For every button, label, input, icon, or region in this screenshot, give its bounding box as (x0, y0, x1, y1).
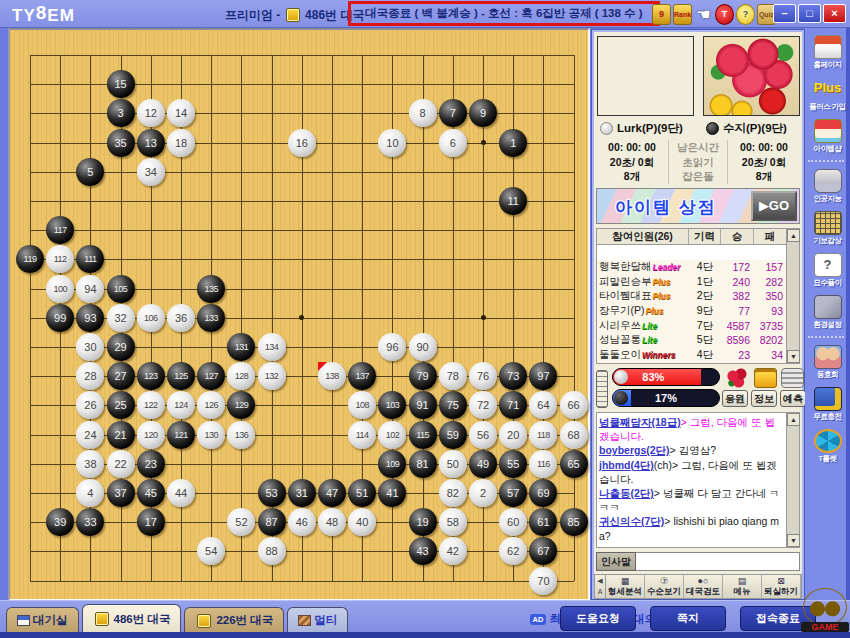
chat-sender-link[interactable]: jhbmd(4단) (599, 459, 654, 471)
scroll-down-icon[interactable]: ▼ (787, 350, 800, 363)
stone-black-39: 39 (46, 508, 74, 536)
cheer-button[interactable]: 응원 (722, 390, 748, 407)
tab-lobby[interactable]: 대기실 (6, 607, 79, 633)
stone-black-115: 115 (409, 421, 437, 449)
room-tabs: 대기실486번 대국226번 대국멀티 (6, 604, 348, 633)
participant-row[interactable]: 성남꼴통Lite5단85968202 (597, 333, 787, 348)
stone-black-87: 87 (258, 508, 286, 536)
stone-white-26: 26 (76, 391, 104, 419)
grid-line (423, 55, 424, 581)
stone-black-15: 15 (107, 70, 135, 98)
stone-black-3: 3 (107, 99, 135, 127)
rank-trophy-icon[interactable]: Rank (673, 4, 692, 25)
stone-black-73: 73 (499, 362, 527, 390)
player-names-row: Lurk(P)(9단) 수지(P)(9단) (592, 120, 804, 136)
participant-list-header: 참여인원(26) 기력 승 패 (597, 229, 799, 245)
white-player-name: Lurk(P)(9단) (592, 120, 698, 136)
stone-black-27: 27 (107, 362, 135, 390)
stone-black-11: 11 (499, 187, 527, 215)
stone-black-109: 109 (378, 450, 406, 478)
menu-button-icon: ▤ (738, 576, 747, 586)
stone-black-25: 25 (107, 391, 135, 419)
stone-white-20: 20 (499, 421, 527, 449)
close-button[interactable]: × (823, 4, 846, 23)
participant-row[interactable]: 타이쩸대표Plus2단382350 (597, 289, 787, 304)
board-icon (95, 612, 109, 626)
attendance-icon[interactable]: 9 (652, 4, 671, 25)
stone-white-70: 70 (529, 567, 557, 595)
stone-white-62: 62 (499, 537, 527, 565)
tygem-logo: TY8EM (12, 4, 75, 26)
stone-black-17: 17 (137, 508, 165, 536)
stone-white-44: 44 (167, 479, 195, 507)
white-player-avatar (597, 36, 694, 116)
participant-row[interactable]: 피말린승부Plus1단240282 (597, 274, 787, 289)
stone-white-2: 2 (469, 479, 497, 507)
stone-white-112: 112 (46, 245, 74, 273)
stone-white-136: 136 (227, 421, 255, 449)
stone-white-58: 58 (439, 508, 467, 536)
stone-black-123: 123 (137, 362, 165, 390)
participant-row[interactable]: 시리우쓰Lite7단45873735 (597, 318, 787, 333)
stone-white-54: 54 (197, 537, 225, 565)
stone-black-33: 33 (76, 508, 104, 536)
tab-room-226[interactable]: 226번 대국 (184, 607, 284, 633)
stone-white-132: 132 (258, 362, 286, 390)
stone-white-106: 106 (137, 304, 165, 332)
stone-black-53: 53 (258, 479, 286, 507)
stone-white-34: 34 (137, 158, 165, 186)
stone-white-134: 134 (258, 333, 286, 361)
participant-row[interactable]: 장무기(P)Plus9단7793 (597, 304, 787, 319)
clock-panel: 00: 00: 00 남은시간 00: 00: 00 20초/ 0회 초읽기 2… (596, 140, 800, 184)
stone-white-22: 22 (107, 450, 135, 478)
participant-row[interactable]: 둘둘오이Winners4단2334 (597, 348, 787, 363)
stone-black-1: 1 (499, 129, 527, 157)
stone-black-49: 49 (469, 450, 497, 478)
stone-white-40: 40 (348, 508, 376, 536)
stone-black-41: 41 (378, 479, 406, 507)
stone-white-116: 116 (529, 450, 557, 478)
stone-white-128: 128 (227, 362, 255, 390)
stone-black-111: 111 (76, 245, 104, 273)
grid-line (30, 551, 574, 552)
shortcut-ai[interactable]: 인공지능 (805, 169, 850, 204)
chat-scrollbar[interactable]: ▲ ▼ (786, 413, 799, 547)
smiley-face-icon (803, 588, 847, 626)
stone-black-45: 45 (137, 479, 165, 507)
stone-black-7: 7 (439, 99, 467, 127)
stone-white-18: 18 (167, 129, 195, 157)
shortcut-homepage[interactable]: 홈페이지 (805, 35, 850, 70)
shortcut-club[interactable]: 동호회 (805, 345, 850, 380)
stone-white-82: 82 (439, 479, 467, 507)
stone-black-127: 127 (197, 362, 225, 390)
white-byoyomi: 20초/ 0회 (596, 155, 668, 170)
participant-rows[interactable]: 행복한달해Leader4단172157피말린승부Plus1단240282타이쩸대… (597, 245, 787, 363)
stone-black-47: 47 (318, 479, 346, 507)
move-order-button[interactable]: ⑦수순보기 (645, 575, 684, 598)
stone-white-36: 36 (167, 304, 195, 332)
stone-black-79: 79 (409, 362, 437, 390)
shortcut-free-charge[interactable]: 무료충전 (805, 387, 850, 422)
stone-black-93: 93 (76, 304, 104, 332)
chat-sender-link[interactable]: 귀신의수(7단) (599, 515, 664, 527)
stone-white-4: 4 (76, 479, 104, 507)
white-captures: 8개 (596, 169, 668, 184)
stone-white-50: 50 (439, 450, 467, 478)
stone-white-10: 10 (378, 129, 406, 157)
stone-white-114: 114 (348, 421, 376, 449)
chat-message: 나출동(2단)> 넝쿨째 다 담고 간다네 ㅋㅋㅋ (599, 486, 783, 514)
stone-white-138: 138 (318, 362, 346, 390)
game-result-banner: 대국종료 ( 백 불계승 ) - 호선 : 흑 6집반 공제 ( 138 수 ) (348, 1, 660, 26)
chat-sender-link[interactable]: 나출동(2단) (599, 487, 654, 499)
stone-white-32: 32 (107, 304, 135, 332)
stone-white-120: 120 (137, 421, 165, 449)
shortcut-problem-solving[interactable]: ?묘수풀이 (805, 253, 850, 288)
stone-black-5: 5 (76, 158, 104, 186)
chat-sender-link[interactable]: boybergs(2단) (599, 444, 670, 456)
stone-white-78: 78 (439, 362, 467, 390)
homepage-icon (814, 35, 842, 59)
vote-section: 83% 17% 응원정보예측 (594, 368, 804, 410)
chat-box: 넝쿨째담자(18급)> 그럼, 다음에 또 뵙겠습니다.boybergs(2단)… (596, 412, 800, 548)
white-stone-icon (600, 122, 613, 135)
chat-message: jhbmd(4단)(ch)> 그럼, 다음에 또 뵙겠습니다. (599, 458, 783, 486)
chat-message: 귀신의수(7단)> lishishi bi piao qiang ma? (599, 514, 783, 542)
white-vote-bar: 83% (612, 368, 720, 386)
tab-multi[interactable]: 멀티 (287, 607, 348, 633)
stone-black-91: 91 (409, 391, 437, 419)
stone-black-29: 29 (107, 333, 135, 361)
shortcut-item-shop[interactable]: 아이템샵 (805, 119, 850, 154)
stone-black-97: 97 (529, 362, 557, 390)
maximize-button[interactable]: □ (798, 4, 821, 23)
stone-white-42: 42 (439, 537, 467, 565)
greeting-button[interactable]: 인사말 (596, 552, 636, 571)
move-order-button-icon: ⑦ (660, 576, 668, 586)
hand-pointer-icon[interactable]: ☚ (694, 4, 713, 25)
stone-white-90: 90 (409, 333, 437, 361)
stone-white-94: 94 (76, 275, 104, 303)
black-stone-icon (706, 122, 719, 135)
stone-black-51: 51 (348, 479, 376, 507)
bottom-buttons: 도움요청쪽지접속종료 (560, 606, 816, 631)
leave-room-button-icon: ⊠ (777, 576, 785, 586)
stone-black-37: 37 (107, 479, 135, 507)
stone-white-100: 100 (46, 275, 74, 303)
chat-message: boybergs(2단)> 김영삼? (599, 443, 783, 457)
scroll-up-icon[interactable]: ▲ (787, 413, 800, 426)
star-point (481, 140, 486, 145)
stone-white-48: 48 (318, 508, 346, 536)
scroll-down-icon[interactable]: ▼ (787, 534, 800, 547)
tab-room-486[interactable]: 486번 대국 (82, 604, 182, 633)
stone-white-38: 38 (76, 450, 104, 478)
star-point (481, 315, 486, 320)
stone-black-43: 43 (409, 537, 437, 565)
stone-black-105: 105 (107, 275, 135, 303)
stone-black-55: 55 (499, 450, 527, 478)
review-toolbar: ◀A ▦형세분석⑦수순보기●○대국검토▤메뉴⊠퇴실하기 (594, 574, 802, 599)
stone-black-61: 61 (529, 508, 557, 536)
chat-messages: 넝쿨째담자(18급)> 그럼, 다음에 또 뵙겠습니다.boybergs(2단)… (599, 415, 783, 545)
stone-black-133: 133 (197, 304, 225, 332)
toolbar-separator (808, 336, 844, 338)
stone-black-121: 121 (167, 421, 195, 449)
kifu-viewer-icon (814, 211, 842, 235)
game-info-panel: Lurk(P)(9단) 수지(P)(9단) 00: 00: 00 남은시간 00… (591, 29, 805, 600)
stone-white-122: 122 (137, 391, 165, 419)
stone-white-46: 46 (288, 508, 316, 536)
grid-line (574, 55, 575, 581)
stone-black-9: 9 (469, 99, 497, 127)
hint-bulb-icon[interactable]: ? (736, 4, 755, 25)
tygem-game-window: TY8EM 프리미엄 - 486번 대국 대국종료 ( 백 불계승 ) - 호선… (0, 0, 850, 638)
black-time: 00: 00: 00 (728, 140, 800, 155)
title-bar: TY8EM 프리미엄 - 486번 대국 대국종료 ( 백 불계승 ) - 호선… (0, 0, 850, 28)
review-button[interactable]: ●○대국검토 (684, 575, 723, 598)
ad-badge: AD (530, 614, 546, 625)
black-vote-pct: 17% (613, 390, 719, 406)
scroll-up-icon[interactable]: ▲ (787, 229, 800, 242)
participant-row-empty[interactable] (597, 245, 787, 260)
black-byoyomi: 20초/ 0회 (728, 155, 800, 170)
stone-black-57: 57 (499, 479, 527, 507)
review-button-icon: ●○ (698, 576, 709, 586)
stone-white-64: 64 (529, 391, 557, 419)
house-icon (17, 615, 30, 626)
stone-black-59: 59 (439, 421, 467, 449)
info-button[interactable]: 정보 (751, 390, 777, 407)
club-icon (814, 345, 842, 369)
stone-black-23: 23 (137, 450, 165, 478)
captures-label: 잡은돌 (668, 169, 728, 184)
stone-white-30: 30 (76, 333, 104, 361)
stone-black-131: 131 (227, 333, 255, 361)
stone-black-85: 85 (560, 508, 588, 536)
stone-black-129: 129 (227, 391, 255, 419)
stone-white-12: 12 (137, 99, 165, 127)
window-controls: – □ × (773, 4, 846, 23)
item-shop-label: 아이템 상점 (615, 196, 717, 219)
leave-room-button[interactable]: ⊠퇴실하기 (762, 575, 801, 598)
item-shop-icon (814, 119, 842, 143)
minimize-button[interactable]: – (773, 4, 796, 23)
menu-button[interactable]: ▤메뉴 (723, 575, 762, 598)
stone-white-28: 28 (76, 362, 104, 390)
stone-black-81: 81 (409, 450, 437, 478)
black-vote-bar: 17% (612, 389, 720, 407)
shortcut-settings[interactable]: 환경설정 (805, 295, 850, 330)
stone-white-16: 16 (288, 129, 316, 157)
info-box-icon (754, 368, 777, 388)
window-bottom-edge (0, 632, 850, 638)
t-coin-icon[interactable]: T (715, 4, 734, 25)
stone-white-124: 124 (167, 391, 195, 419)
stone-white-68: 68 (560, 421, 588, 449)
stone-black-67: 67 (529, 537, 557, 565)
chat-sender-link[interactable]: 넝쿨째담자(18급) (599, 416, 681, 428)
item-shop-go-button[interactable]: ▶GO (751, 191, 797, 221)
participant-scrollbar[interactable]: ▲ ▼ (786, 229, 799, 363)
problem-solving-icon: ? (814, 253, 842, 277)
stone-white-76: 76 (469, 362, 497, 390)
predict-coins-icon (781, 368, 804, 388)
stone-black-13: 13 (137, 129, 165, 157)
stone-black-21: 21 (107, 421, 135, 449)
chat-input[interactable] (636, 552, 800, 571)
stone-black-125: 125 (167, 362, 195, 390)
ai-icon (814, 169, 842, 193)
stone-white-66: 66 (560, 391, 588, 419)
shortcut-plus-join[interactable]: Plus플러스 가입 (805, 77, 850, 112)
stone-white-72: 72 (469, 391, 497, 419)
star-point (299, 315, 304, 320)
stone-white-60: 60 (499, 508, 527, 536)
item-shop-banner[interactable]: 아이템 상점 ▶GO (596, 188, 800, 224)
chat-message: 넝쿨째담자(18급)> 그럼, 다음에 또 뵙겠습니다. (599, 415, 783, 443)
stone-white-96: 96 (378, 333, 406, 361)
stone-black-99: 99 (46, 304, 74, 332)
stone-black-137: 137 (348, 362, 376, 390)
go-board[interactable]: 1531214879351318161061534111171191121111… (8, 28, 590, 601)
black-player-name: 수지(P)(9단) (698, 120, 804, 136)
side-shortcut-bar: 홈페이지Plus플러스 가입아이템샵인공지능기보감상?묘수풀이환경설정동호회무료… (805, 28, 850, 600)
greeting-row: 인사말 (596, 552, 800, 571)
stone-black-135: 135 (197, 275, 225, 303)
help-request-button[interactable]: 도움요청 (560, 606, 636, 631)
shortcut-t-roulette[interactable]: T룰렛 (805, 429, 850, 464)
stone-white-130: 130 (197, 421, 225, 449)
stone-white-24: 24 (76, 421, 104, 449)
participant-row[interactable]: 행복한달해Leader4단172157 (597, 260, 787, 275)
stone-white-14: 14 (167, 99, 195, 127)
stone-white-52: 52 (227, 508, 255, 536)
stone-white-118: 118 (529, 421, 557, 449)
stone-white-88: 88 (258, 537, 286, 565)
stone-white-56: 56 (469, 421, 497, 449)
stone-black-75: 75 (439, 391, 467, 419)
game-smiley-logo[interactable]: GAME (801, 588, 849, 638)
time-label: 남은시간 (668, 140, 728, 155)
t-roulette-icon (814, 429, 842, 453)
stone-black-35: 35 (107, 129, 135, 157)
shortcut-kifu-viewer[interactable]: 기보감상 (805, 211, 850, 246)
last-move-marker (318, 362, 327, 371)
stone-white-108: 108 (348, 391, 376, 419)
board-icon (197, 614, 211, 628)
plus-join-icon: Plus (814, 77, 842, 101)
stone-black-103: 103 (378, 391, 406, 419)
black-captures: 8개 (728, 169, 800, 184)
roses-icon (726, 368, 749, 388)
participant-list: 참여인원(26) 기력 승 패 행복한달해Leader4단172157피말린승부… (596, 228, 800, 364)
toolbar-collapse-handle[interactable]: ◀A (595, 575, 606, 598)
white-vote-pct: 83% (600, 369, 706, 385)
message-button[interactable]: 쪽지 (650, 606, 726, 631)
toolbar-separator (808, 160, 844, 162)
stone-white-6: 6 (439, 129, 467, 157)
white-time: 00: 00: 00 (596, 140, 668, 155)
predict-button[interactable]: 예측 (780, 390, 806, 407)
vote-buttons-row: 응원정보예측 (722, 390, 806, 407)
room-title: 프리미엄 - 486번 대국 (225, 7, 364, 24)
multi-icon (298, 615, 311, 626)
stone-white-102: 102 (378, 421, 406, 449)
stone-black-117: 117 (46, 216, 74, 244)
stone-black-119: 119 (16, 245, 44, 273)
stone-black-31: 31 (288, 479, 316, 507)
grid-line (30, 581, 574, 582)
top-icon-tray: 9 Rank ☚ T ? Quiz (652, 2, 776, 26)
stone-black-19: 19 (409, 508, 437, 536)
settings-icon (814, 295, 842, 319)
stone-black-71: 71 (499, 391, 527, 419)
black-player-avatar (703, 36, 800, 116)
analysis-button-icon: ▦ (621, 576, 630, 586)
stone-black-69: 69 (529, 479, 557, 507)
vote-icons-row (726, 368, 804, 388)
analysis-button[interactable]: ▦형세분석 (606, 575, 645, 598)
room-board-icon (286, 8, 300, 22)
stone-white-8: 8 (409, 99, 437, 127)
stone-black-65: 65 (560, 450, 588, 478)
stone-white-126: 126 (197, 391, 225, 419)
byoyomi-label: 초읽기 (668, 155, 728, 170)
free-charge-icon (814, 387, 842, 411)
